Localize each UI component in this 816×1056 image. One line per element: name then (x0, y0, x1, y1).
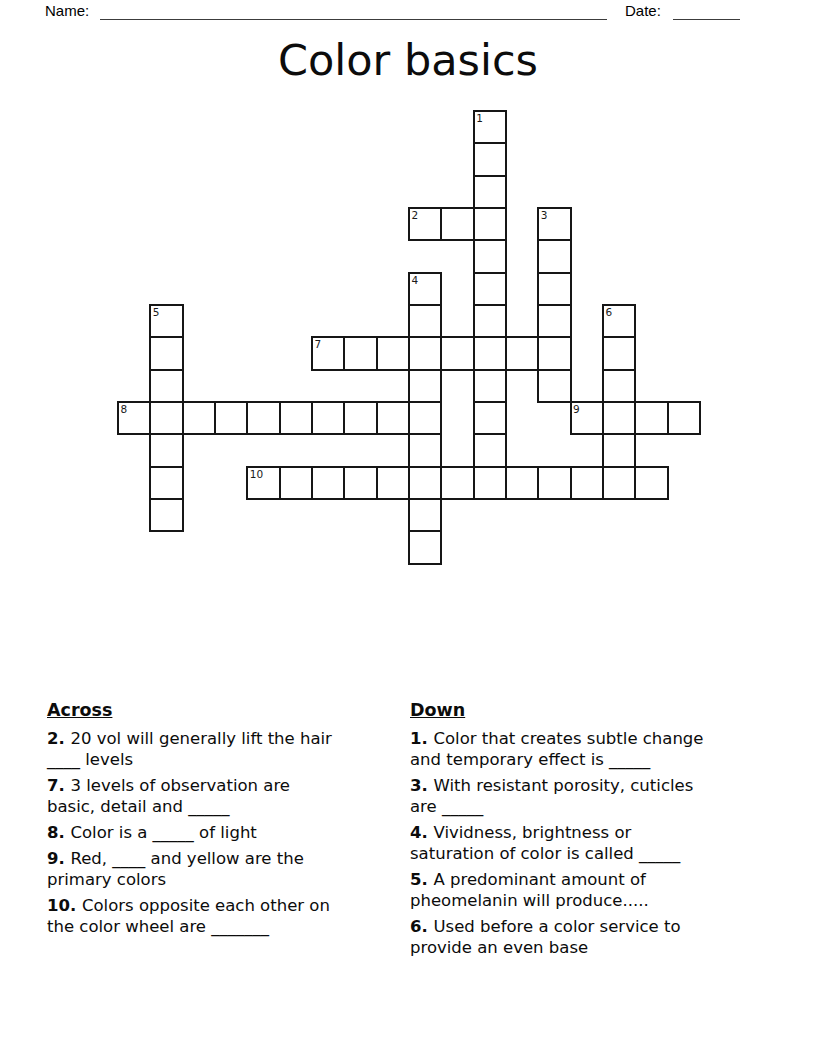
grid-cell[interactable] (602, 401, 636, 435)
grid-cell[interactable] (473, 175, 507, 209)
clue: 2. 20 vol will generally lift the hair__… (47, 728, 397, 770)
grid-cell[interactable] (214, 401, 248, 435)
clue: 6. Used before a color service toprovide… (410, 916, 772, 958)
grid-cell[interactable] (473, 336, 507, 370)
grid-cell[interactable] (505, 336, 539, 370)
clue-number-label: 4. (410, 823, 434, 842)
grid-cell[interactable] (343, 336, 377, 370)
clue-number: 1 (476, 113, 483, 124)
grid-cell[interactable] (408, 336, 442, 370)
grid-cell[interactable] (149, 336, 183, 370)
clue-number: 3 (541, 210, 548, 221)
grid-cell[interactable] (246, 401, 280, 435)
grid-cell[interactable] (408, 466, 442, 500)
clue-number-label: 6. (410, 917, 434, 936)
grid-cell[interactable] (667, 401, 701, 435)
down-clue-list: 1. Color that creates subtle changeand t… (410, 728, 772, 958)
date-label: Date: (625, 2, 661, 19)
puzzle-title: Color basics (0, 34, 816, 86)
grid-cell[interactable] (149, 369, 183, 403)
name-blank-line (100, 19, 607, 20)
clue-number: 10 (250, 469, 263, 480)
grid-cell[interactable] (634, 401, 668, 435)
grid-cell[interactable] (537, 272, 571, 306)
grid-cell[interactable] (473, 207, 507, 241)
grid-cell[interactable] (473, 239, 507, 273)
name-label: Name: (45, 2, 89, 19)
grid-cell[interactable] (408, 498, 442, 532)
grid-cell[interactable] (343, 401, 377, 435)
date-blank-line (673, 19, 740, 20)
grid-cell[interactable] (505, 466, 539, 500)
grid-cell[interactable] (149, 466, 183, 500)
clue-number-label: 10. (47, 896, 82, 915)
clues-across-column: Across 2. 20 vol will generally lift the… (47, 700, 397, 942)
grid-cell[interactable] (311, 401, 345, 435)
grid-cell[interactable] (473, 466, 507, 500)
grid-cell[interactable] (473, 401, 507, 435)
grid-cell[interactable] (408, 304, 442, 338)
clue-number-label: 5. (410, 870, 434, 889)
grid-cell[interactable] (408, 401, 442, 435)
clues-down-column: Down 1. Color that creates subtle change… (410, 700, 772, 963)
grid-cell[interactable] (440, 336, 474, 370)
grid-cell[interactable] (408, 530, 442, 564)
grid-cell[interactable] (279, 401, 313, 435)
grid-cell[interactable] (182, 401, 216, 435)
clue: 4. Vividness, brightness orsaturation of… (410, 822, 772, 864)
clue: 10. Colors opposite each other onthe col… (47, 895, 397, 937)
grid-cell[interactable] (149, 401, 183, 435)
grid-cell[interactable] (311, 466, 345, 500)
clue-number-label: 1. (410, 729, 434, 748)
grid-cell[interactable] (440, 207, 474, 241)
clue-number-label: 2. (47, 729, 71, 748)
grid-cell[interactable] (473, 142, 507, 176)
grid-cell[interactable] (537, 239, 571, 273)
grid-cell[interactable] (537, 304, 571, 338)
worksheet-page: Name: Date: Color basics 12345678910 Acr… (0, 0, 816, 1056)
clue: 1. Color that creates subtle changeand t… (410, 728, 772, 770)
grid-cell[interactable] (376, 336, 410, 370)
grid-cell[interactable] (537, 466, 571, 500)
grid-cell[interactable] (473, 369, 507, 403)
grid-cell[interactable] (537, 369, 571, 403)
clue: 9. Red, ____ and yellow are theprimary c… (47, 848, 397, 890)
grid-cell[interactable] (149, 498, 183, 532)
grid-cell[interactable] (473, 433, 507, 467)
grid-cell[interactable] (440, 466, 474, 500)
grid-cell[interactable] (634, 466, 668, 500)
grid-cell[interactable] (376, 466, 410, 500)
grid-cell[interactable] (473, 304, 507, 338)
grid-cell[interactable] (279, 466, 313, 500)
grid-cell[interactable] (343, 466, 377, 500)
grid-cell[interactable] (602, 369, 636, 403)
clue-number: 2 (411, 210, 418, 221)
clue-number: 7 (314, 339, 321, 350)
clue-number: 5 (153, 307, 160, 318)
grid-cell[interactable] (376, 401, 410, 435)
grid-cell[interactable] (602, 433, 636, 467)
clue: 8. Color is a _____ of light (47, 822, 397, 843)
grid-cell[interactable] (570, 466, 604, 500)
clue-number: 9 (573, 404, 580, 415)
across-clue-list: 2. 20 vol will generally lift the hair__… (47, 728, 397, 937)
clue-number: 8 (121, 404, 128, 415)
clue-number-label: 3. (410, 776, 434, 795)
grid-cell[interactable] (473, 272, 507, 306)
grid-cell[interactable] (537, 336, 571, 370)
grid-cell[interactable] (602, 466, 636, 500)
grid-cell[interactable] (408, 369, 442, 403)
grid-cell[interactable] (149, 433, 183, 467)
clue-number-label: 8. (47, 823, 71, 842)
clue-number-label: 9. (47, 849, 71, 868)
clue-number-label: 7. (47, 776, 71, 795)
down-heading: Down (410, 700, 772, 721)
across-heading: Across (47, 700, 397, 721)
clue: 5. A predominant amount ofpheomelanin wi… (410, 869, 772, 911)
grid-cell[interactable] (602, 336, 636, 370)
clue: 7. 3 levels of observation arebasic, det… (47, 775, 397, 817)
crossword-grid: 12345678910 (118, 111, 700, 564)
clue-number: 4 (411, 275, 418, 286)
clue-number: 6 (605, 307, 612, 318)
grid-cell[interactable] (408, 433, 442, 467)
clue: 3. With resistant porosity, cuticlesare … (410, 775, 772, 817)
